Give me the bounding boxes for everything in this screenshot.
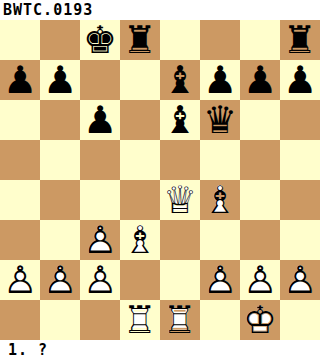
white-rook: ♜♖ — [120, 300, 160, 340]
square-a7[interactable]: ♟ — [0, 60, 40, 100]
square-g5[interactable] — [240, 140, 280, 180]
square-g2[interactable]: ♟♙ — [240, 260, 280, 300]
square-f3[interactable] — [200, 220, 240, 260]
square-d7[interactable] — [120, 60, 160, 100]
square-a3[interactable] — [0, 220, 40, 260]
white-pawn: ♟♙ — [80, 220, 120, 260]
square-e2[interactable] — [160, 260, 200, 300]
square-h6[interactable] — [280, 100, 320, 140]
square-b7[interactable]: ♟ — [40, 60, 80, 100]
black-rook: ♜ — [280, 20, 320, 60]
square-a5[interactable] — [0, 140, 40, 180]
square-f6[interactable]: ♛ — [200, 100, 240, 140]
black-queen: ♛ — [200, 100, 240, 140]
white-bishop: ♝♗ — [200, 180, 240, 220]
black-pawn: ♟ — [200, 60, 240, 100]
square-d8[interactable]: ♜ — [120, 20, 160, 60]
square-b5[interactable] — [40, 140, 80, 180]
black-pawn: ♟ — [240, 60, 280, 100]
square-f8[interactable] — [200, 20, 240, 60]
square-g8[interactable] — [240, 20, 280, 60]
square-e6[interactable]: ♝ — [160, 100, 200, 140]
square-g7[interactable]: ♟ — [240, 60, 280, 100]
square-h4[interactable] — [280, 180, 320, 220]
white-pawn: ♟♙ — [80, 260, 120, 300]
square-d2[interactable] — [120, 260, 160, 300]
white-pawn: ♟♙ — [200, 260, 240, 300]
square-a8[interactable] — [0, 20, 40, 60]
square-b1[interactable] — [40, 300, 80, 340]
square-f7[interactable]: ♟ — [200, 60, 240, 100]
puzzle-id: BWTC.0193 — [3, 1, 93, 19]
square-b2[interactable]: ♟♙ — [40, 260, 80, 300]
square-d6[interactable] — [120, 100, 160, 140]
move-prompt: 1. ? — [8, 341, 48, 359]
black-pawn: ♟ — [80, 100, 120, 140]
square-g4[interactable] — [240, 180, 280, 220]
square-e1[interactable]: ♜♖ — [160, 300, 200, 340]
square-a4[interactable] — [0, 180, 40, 220]
square-c4[interactable] — [80, 180, 120, 220]
square-a1[interactable] — [0, 300, 40, 340]
square-h8[interactable]: ♜ — [280, 20, 320, 60]
square-f1[interactable] — [200, 300, 240, 340]
square-h3[interactable] — [280, 220, 320, 260]
square-e8[interactable] — [160, 20, 200, 60]
square-g3[interactable] — [240, 220, 280, 260]
white-pawn: ♟♙ — [0, 260, 40, 300]
square-c7[interactable] — [80, 60, 120, 100]
square-a6[interactable] — [0, 100, 40, 140]
black-rook: ♜ — [120, 20, 160, 60]
square-b8[interactable] — [40, 20, 80, 60]
square-d5[interactable] — [120, 140, 160, 180]
square-c6[interactable]: ♟ — [80, 100, 120, 140]
square-h2[interactable]: ♟♙ — [280, 260, 320, 300]
black-bishop: ♝ — [160, 100, 200, 140]
diagram-header: BWTC.0193 — [0, 0, 320, 20]
square-e4[interactable]: ♛♕ — [160, 180, 200, 220]
square-g6[interactable] — [240, 100, 280, 140]
square-e7[interactable]: ♝ — [160, 60, 200, 100]
square-c3[interactable]: ♟♙ — [80, 220, 120, 260]
square-h1[interactable] — [280, 300, 320, 340]
white-pawn: ♟♙ — [40, 260, 80, 300]
square-h7[interactable]: ♟ — [280, 60, 320, 100]
square-c2[interactable]: ♟♙ — [80, 260, 120, 300]
white-bishop: ♝♗ — [120, 220, 160, 260]
black-pawn: ♟ — [40, 60, 80, 100]
white-queen: ♛♕ — [160, 180, 200, 220]
square-c8[interactable]: ♚ — [80, 20, 120, 60]
square-a2[interactable]: ♟♙ — [0, 260, 40, 300]
square-e3[interactable] — [160, 220, 200, 260]
square-f4[interactable]: ♝♗ — [200, 180, 240, 220]
black-pawn: ♟ — [280, 60, 320, 100]
square-b4[interactable] — [40, 180, 80, 220]
diagram-footer: 1. ? — [0, 340, 320, 360]
chess-board: ♚♜♜♟♟♝♟♟♟♟♝♛♛♕♝♗♟♙♝♗♟♙♟♙♟♙♟♙♟♙♟♙♜♖♜♖♚♔ — [0, 20, 320, 340]
square-c5[interactable] — [80, 140, 120, 180]
square-c1[interactable] — [80, 300, 120, 340]
square-e5[interactable] — [160, 140, 200, 180]
white-pawn: ♟♙ — [240, 260, 280, 300]
square-f5[interactable] — [200, 140, 240, 180]
square-g1[interactable]: ♚♔ — [240, 300, 280, 340]
square-b3[interactable] — [40, 220, 80, 260]
square-d3[interactable]: ♝♗ — [120, 220, 160, 260]
white-pawn: ♟♙ — [280, 260, 320, 300]
white-king: ♚♔ — [240, 300, 280, 340]
square-f2[interactable]: ♟♙ — [200, 260, 240, 300]
square-d4[interactable] — [120, 180, 160, 220]
black-pawn: ♟ — [0, 60, 40, 100]
square-d1[interactable]: ♜♖ — [120, 300, 160, 340]
chess-program-window: BWTC.0193 ♚♜♜♟♟♝♟♟♟♟♝♛♛♕♝♗♟♙♝♗♟♙♟♙♟♙♟♙♟♙… — [0, 0, 320, 360]
black-king: ♚ — [80, 20, 120, 60]
white-rook: ♜♖ — [160, 300, 200, 340]
square-b6[interactable] — [40, 100, 80, 140]
black-bishop: ♝ — [160, 60, 200, 100]
square-h5[interactable] — [280, 140, 320, 180]
